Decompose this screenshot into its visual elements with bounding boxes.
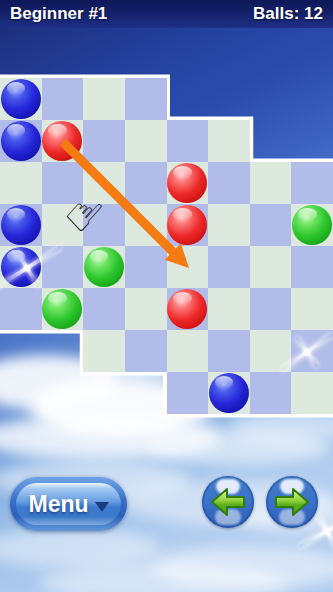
next-level-button[interactable]: [266, 476, 318, 528]
menu-button-label: Menu: [28, 491, 88, 518]
arrow-left-icon: [210, 486, 246, 518]
header-bar: Beginner #1 Balls: 12: [0, 0, 333, 28]
menu-button-face: Menu: [16, 483, 121, 525]
menu-button[interactable]: Menu: [10, 477, 127, 531]
chevron-down-icon: [95, 502, 109, 512]
cloud: [0, 528, 160, 568]
previous-level-button[interactable]: [202, 476, 254, 528]
move-arrow: [0, 0, 333, 430]
arrow-right-icon: [274, 486, 310, 518]
game-screen: ☝ Beginner #1 Balls: 12 Menu: [0, 0, 333, 592]
balls-counter: Balls: 12: [253, 4, 323, 24]
level-title: Beginner #1: [10, 4, 107, 24]
